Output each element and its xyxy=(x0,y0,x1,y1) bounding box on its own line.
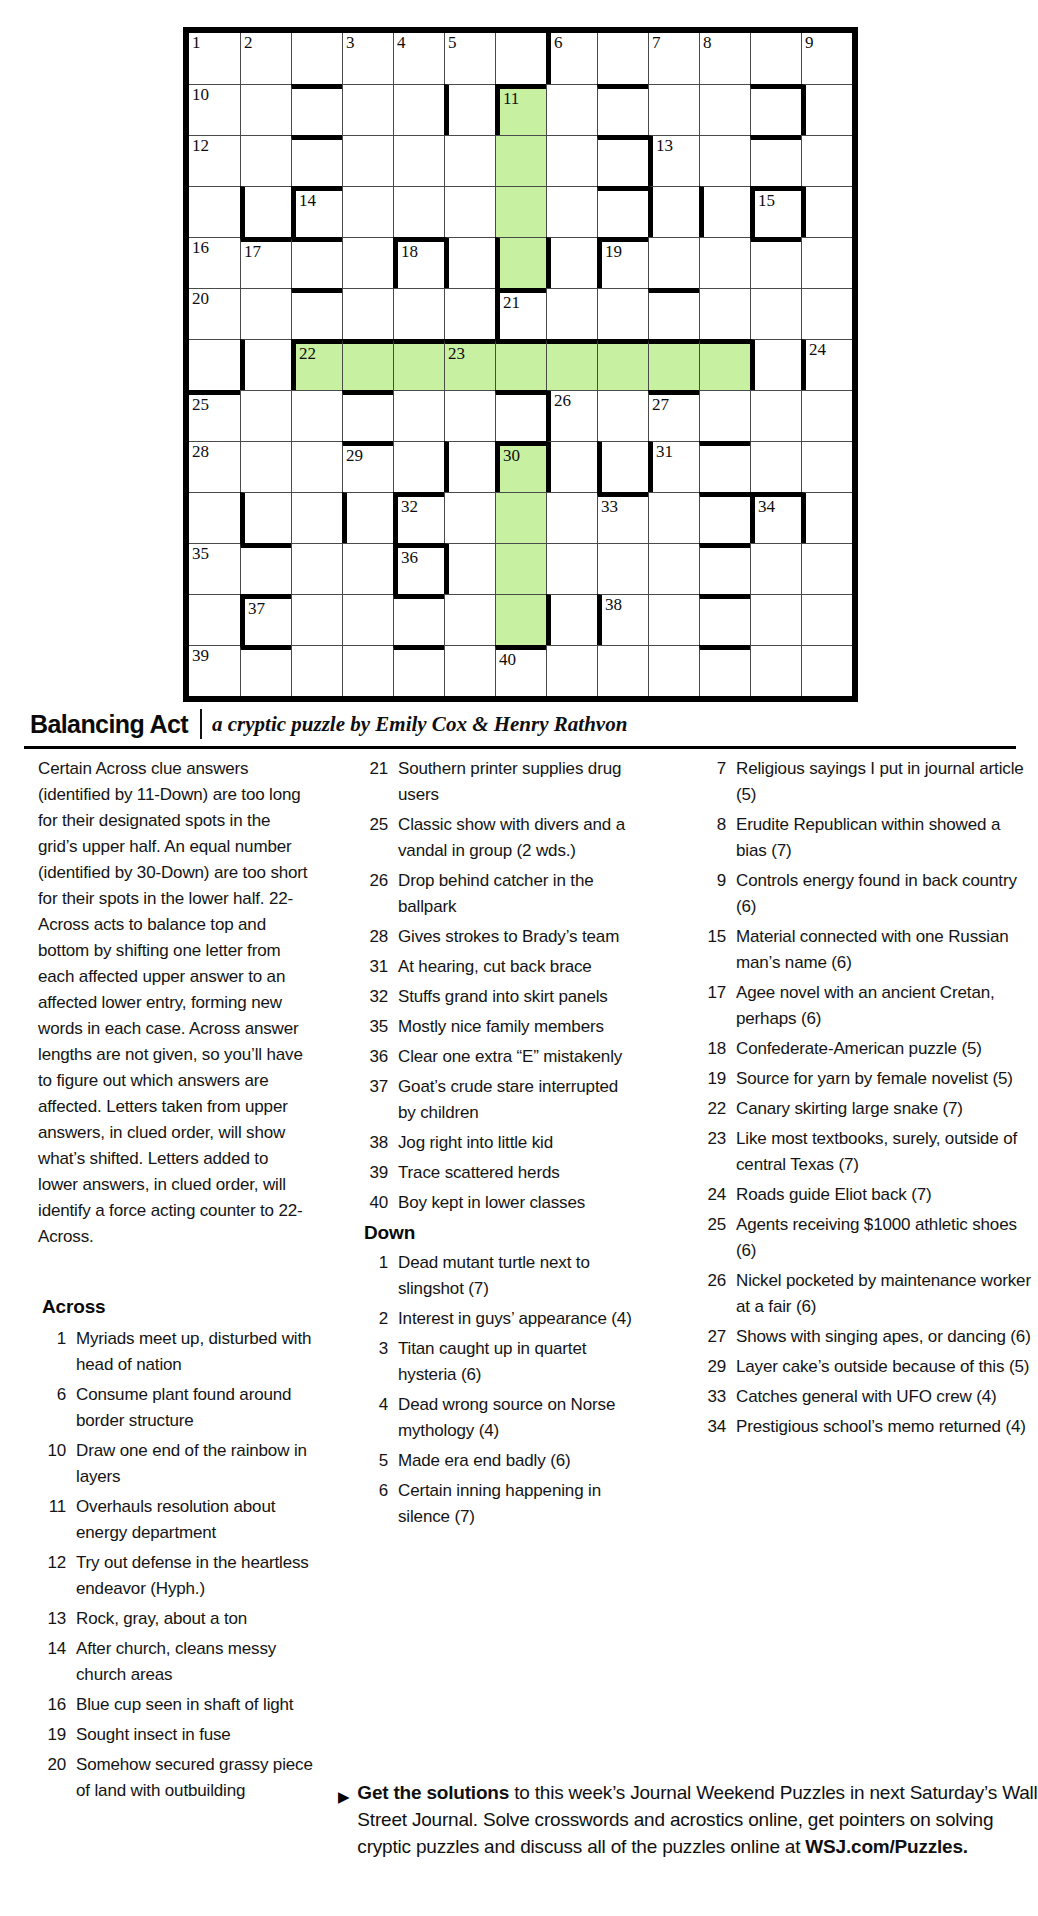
grid-cell[interactable] xyxy=(699,135,750,186)
grid-cell[interactable] xyxy=(240,186,291,237)
grid-cell[interactable] xyxy=(291,135,342,186)
grid-cell[interactable] xyxy=(699,543,750,594)
footer-bold-text: WSJ.com/Puzzles. xyxy=(805,1836,968,1857)
cell-number: 23 xyxy=(448,344,465,364)
grid-cell[interactable] xyxy=(240,84,291,135)
clue-text: Nickel pocketed by maintenance worker at… xyxy=(736,1268,1033,1320)
grid-cell[interactable] xyxy=(291,543,342,594)
grid-cell[interactable] xyxy=(342,339,393,390)
grid-cell[interactable] xyxy=(444,594,495,645)
grid-cell[interactable] xyxy=(444,390,495,441)
grid-cell[interactable] xyxy=(291,645,342,696)
clue-number: 2 xyxy=(360,1306,388,1332)
clue-text: Agee novel with an ancient Cretan, perha… xyxy=(736,980,1033,1032)
grid-cell[interactable] xyxy=(801,186,852,237)
grid-cell[interactable]: 28 xyxy=(189,441,240,492)
clue-text: Catches general with UFO crew (4) xyxy=(736,1384,1033,1410)
grid-cell[interactable] xyxy=(291,492,342,543)
grid-cell[interactable]: 14 xyxy=(291,186,342,237)
across-clues-left: 1Myriads meet up, disturbed with head of… xyxy=(38,1326,314,1804)
grid-cell[interactable] xyxy=(240,441,291,492)
clue-number: 1 xyxy=(360,1250,388,1302)
grid-cell[interactable]: 13 xyxy=(648,135,699,186)
grid-cell[interactable]: 37 xyxy=(240,594,291,645)
clue: 36Clear one extra “E” mistakenly xyxy=(360,1044,638,1070)
cell-number: 40 xyxy=(499,650,516,670)
clue: 1Dead mutant turtle next to slingshot (7… xyxy=(360,1250,638,1302)
grid-cell[interactable] xyxy=(444,237,495,288)
clue-number: 27 xyxy=(698,1324,726,1350)
grid-cell[interactable] xyxy=(342,390,393,441)
clue: 33Catches general with UFO crew (4) xyxy=(698,1384,1033,1410)
grid-cell[interactable] xyxy=(750,33,801,84)
clue-number: 24 xyxy=(698,1182,726,1208)
clue: 24Roads guide Eliot back (7) xyxy=(698,1182,1033,1208)
grid-cell[interactable] xyxy=(648,492,699,543)
cell-number: 21 xyxy=(503,293,520,313)
puzzle-title: Balancing Act xyxy=(30,710,188,739)
grid-cell[interactable] xyxy=(597,339,648,390)
grid-cell[interactable] xyxy=(750,645,801,696)
grid-cell[interactable] xyxy=(495,492,546,543)
clue-text: Prestigious school’s memo returned (4) xyxy=(736,1414,1033,1440)
grid-cell[interactable] xyxy=(597,645,648,696)
clue-number: 7 xyxy=(698,756,726,808)
grid-cell[interactable] xyxy=(699,288,750,339)
grid-cell[interactable]: 6 xyxy=(546,33,597,84)
grid-cell[interactable] xyxy=(597,33,648,84)
grid-cell[interactable] xyxy=(801,645,852,696)
cell-number: 15 xyxy=(758,191,775,211)
grid-cell[interactable] xyxy=(546,186,597,237)
clue-number: 37 xyxy=(360,1074,388,1126)
clue-number: 28 xyxy=(360,924,388,950)
clue-text: Stuffs grand into skirt panels xyxy=(398,984,638,1010)
grid-cell[interactable] xyxy=(393,339,444,390)
grid-cell[interactable] xyxy=(444,441,495,492)
grid-cell[interactable] xyxy=(699,84,750,135)
clue: 6Consume plant found around border struc… xyxy=(38,1382,314,1434)
grid-cell[interactable]: 34 xyxy=(750,492,801,543)
left-column: Certain Across clue answers (identified … xyxy=(38,756,314,1808)
grid-cell[interactable] xyxy=(750,135,801,186)
grid-cell[interactable]: 17 xyxy=(240,237,291,288)
grid-cell[interactable]: 23 xyxy=(444,339,495,390)
clue-text: Dead mutant turtle next to slingshot (7) xyxy=(398,1250,638,1302)
grid-cell[interactable]: 9 xyxy=(801,33,852,84)
crossword-grid[interactable]: 1234567891011121314151617181920212223242… xyxy=(183,27,858,702)
grid-cell[interactable] xyxy=(495,339,546,390)
cell-number: 2 xyxy=(244,33,253,53)
grid-cell[interactable] xyxy=(750,594,801,645)
clue: 19Source for yarn by female novelist (5) xyxy=(698,1066,1033,1092)
grid-cell[interactable] xyxy=(291,594,342,645)
grid-cell[interactable]: 20 xyxy=(189,288,240,339)
cell-number: 7 xyxy=(652,33,661,53)
grid-cell[interactable] xyxy=(699,390,750,441)
grid-cell[interactable] xyxy=(750,390,801,441)
grid-cell[interactable] xyxy=(342,645,393,696)
clue-number: 22 xyxy=(698,1096,726,1122)
clue: 6Certain inning happening in silence (7) xyxy=(360,1478,638,1530)
grid-cell[interactable] xyxy=(648,288,699,339)
clue: 12Try out defense in the heartless endea… xyxy=(38,1550,314,1602)
clue-text: Titan caught up in quartet hysteria (6) xyxy=(398,1336,638,1388)
grid-cell[interactable] xyxy=(546,84,597,135)
grid-cell[interactable]: 19 xyxy=(597,237,648,288)
grid-cell[interactable]: 8 xyxy=(699,33,750,84)
grid-cell[interactable] xyxy=(546,135,597,186)
clue-text: Myriads meet up, disturbed with head of … xyxy=(76,1326,314,1378)
grid-cell[interactable]: 32 xyxy=(393,492,444,543)
grid-cell[interactable]: 36 xyxy=(393,543,444,594)
grid-cell[interactable] xyxy=(444,186,495,237)
grid-cell[interactable] xyxy=(801,237,852,288)
cell-number: 9 xyxy=(805,33,814,53)
grid-cell[interactable] xyxy=(393,84,444,135)
grid-cell[interactable] xyxy=(648,339,699,390)
clue-text: Material connected with one Russian man’… xyxy=(736,924,1033,976)
grid-cell[interactable] xyxy=(648,645,699,696)
grid-cell[interactable]: 18 xyxy=(393,237,444,288)
grid-cell[interactable] xyxy=(546,288,597,339)
clue-text: Certain inning happening in silence (7) xyxy=(398,1478,638,1530)
clue-number: 19 xyxy=(698,1066,726,1092)
puzzle-byline: a cryptic puzzle by Emily Cox & Henry Ra… xyxy=(212,712,627,737)
grid-cell[interactable]: 22 xyxy=(291,339,342,390)
clue: 10Draw one end of the rainbow in layers xyxy=(38,1438,314,1490)
grid-cell[interactable] xyxy=(699,339,750,390)
grid-cell[interactable] xyxy=(393,441,444,492)
grid-cell[interactable] xyxy=(801,594,852,645)
clue-number: 18 xyxy=(698,1036,726,1062)
cell-number: 34 xyxy=(758,497,775,517)
clue-text: Mostly nice family members xyxy=(398,1014,638,1040)
grid-cell[interactable] xyxy=(393,135,444,186)
grid-cell[interactable] xyxy=(546,594,597,645)
puzzle-instructions: Certain Across clue answers (identified … xyxy=(38,756,310,1250)
clue-number: 17 xyxy=(698,980,726,1032)
clue: 17Agee novel with an ancient Cretan, per… xyxy=(698,980,1033,1032)
middle-column: 21Southern printer supplies drug users25… xyxy=(360,756,638,1534)
grid-cell[interactable] xyxy=(393,390,444,441)
clue-number: 26 xyxy=(698,1268,726,1320)
grid-cell[interactable] xyxy=(342,492,393,543)
grid-cell[interactable] xyxy=(189,594,240,645)
grid-cell[interactable] xyxy=(240,492,291,543)
cell-number: 17 xyxy=(244,242,261,262)
grid-cell[interactable]: 3 xyxy=(342,33,393,84)
cell-number: 5 xyxy=(448,33,457,53)
clue-number: 1 xyxy=(38,1326,66,1378)
grid-cell[interactable] xyxy=(699,645,750,696)
grid-cell[interactable] xyxy=(597,135,648,186)
grid-cell[interactable] xyxy=(291,237,342,288)
grid-cell[interactable] xyxy=(240,135,291,186)
clue-number: 6 xyxy=(360,1478,388,1530)
cell-number: 20 xyxy=(192,289,209,309)
clue-text: Controls energy found in back country (6… xyxy=(736,868,1033,920)
clue-text: Goat’s crude stare interrupted by childr… xyxy=(398,1074,638,1126)
grid-cell[interactable] xyxy=(495,135,546,186)
grid-cell[interactable] xyxy=(546,492,597,543)
grid-cell[interactable] xyxy=(648,84,699,135)
clue-text: Clear one extra “E” mistakenly xyxy=(398,1044,638,1070)
clue: 19Sought insect in fuse xyxy=(38,1722,314,1748)
clue-number: 20 xyxy=(38,1752,66,1804)
clue: 26Nickel pocketed by maintenance worker … xyxy=(698,1268,1033,1320)
grid-cell[interactable] xyxy=(291,288,342,339)
cell-number: 31 xyxy=(656,442,673,462)
grid-cell[interactable]: 2 xyxy=(240,33,291,84)
cell-number: 24 xyxy=(809,340,826,360)
clue: 39Trace scattered herds xyxy=(360,1160,638,1186)
clue-text: Somehow secured grassy piece of land wit… xyxy=(76,1752,314,1804)
grid-cell[interactable] xyxy=(240,645,291,696)
grid-cell[interactable] xyxy=(801,390,852,441)
clue: 31At hearing, cut back brace xyxy=(360,954,638,980)
grid-cell[interactable] xyxy=(495,186,546,237)
clue-number: 8 xyxy=(698,812,726,864)
grid-cell[interactable] xyxy=(342,84,393,135)
grid-cell[interactable] xyxy=(699,186,750,237)
grid-cell[interactable] xyxy=(495,390,546,441)
grid-cell[interactable]: 33 xyxy=(597,492,648,543)
grid-cell[interactable]: 21 xyxy=(495,288,546,339)
grid-cell[interactable] xyxy=(750,339,801,390)
clue-number: 6 xyxy=(38,1382,66,1434)
grid-cell[interactable] xyxy=(444,135,495,186)
grid-cell[interactable] xyxy=(648,237,699,288)
grid-cell[interactable] xyxy=(240,543,291,594)
clue-text: Consume plant found around border struct… xyxy=(76,1382,314,1434)
clue-text: After church, cleans messy church areas xyxy=(76,1636,314,1688)
grid-cell[interactable] xyxy=(546,339,597,390)
grid-cell[interactable]: 40 xyxy=(495,645,546,696)
grid-cell[interactable] xyxy=(750,288,801,339)
cell-number: 29 xyxy=(346,446,363,466)
solutions-note: ▶ Get the solutions to this week’s Journ… xyxy=(338,1779,1038,1860)
grid-cell[interactable] xyxy=(393,288,444,339)
clue-number: 9 xyxy=(698,868,726,920)
clue: 16Blue cup seen in shaft of light xyxy=(38,1692,314,1718)
grid-cell[interactable] xyxy=(444,645,495,696)
arrow-bullet-icon: ▶ xyxy=(338,1783,349,1860)
cell-number: 22 xyxy=(299,344,316,364)
grid-cell[interactable] xyxy=(240,339,291,390)
grid-cell[interactable] xyxy=(342,237,393,288)
clue: 11Overhauls resolution about energy depa… xyxy=(38,1494,314,1546)
clue: 34Prestigious school’s memo returned (4) xyxy=(698,1414,1033,1440)
cell-number: 37 xyxy=(248,599,265,619)
grid-cell[interactable] xyxy=(546,645,597,696)
grid-cell[interactable] xyxy=(189,339,240,390)
clue: 7Religious sayings I put in journal arti… xyxy=(698,756,1033,808)
cell-number: 11 xyxy=(503,89,519,109)
grid-cell[interactable]: 16 xyxy=(189,237,240,288)
grid-cell[interactable] xyxy=(495,594,546,645)
clue-text: Erudite Republican within showed a bias … xyxy=(736,812,1033,864)
cell-number: 38 xyxy=(605,595,622,615)
grid-cell[interactable] xyxy=(801,288,852,339)
clue-number: 26 xyxy=(360,868,388,920)
footer-bold-text: Get the solutions xyxy=(357,1782,509,1803)
grid-cell[interactable]: 4 xyxy=(393,33,444,84)
grid-cell[interactable] xyxy=(444,492,495,543)
grid-cell[interactable]: 5 xyxy=(444,33,495,84)
grid-cell[interactable] xyxy=(801,84,852,135)
grid-cell[interactable] xyxy=(546,441,597,492)
cell-number: 13 xyxy=(656,136,673,156)
grid-cell[interactable] xyxy=(189,186,240,237)
grid-cell[interactable] xyxy=(291,441,342,492)
clue-number: 39 xyxy=(360,1160,388,1186)
grid-cell[interactable] xyxy=(444,288,495,339)
grid-cell[interactable]: 26 xyxy=(546,390,597,441)
grid-cell[interactable] xyxy=(750,543,801,594)
grid-cell[interactable] xyxy=(546,543,597,594)
grid-cell[interactable]: 39 xyxy=(189,645,240,696)
clue-number: 36 xyxy=(360,1044,388,1070)
clue: 28Gives strokes to Brady’s team xyxy=(360,924,638,950)
grid-cell[interactable] xyxy=(648,186,699,237)
grid-cell[interactable] xyxy=(291,33,342,84)
cell-number: 27 xyxy=(652,395,669,415)
clue: 2Interest in guys’ appearance (4) xyxy=(360,1306,638,1332)
grid-cell[interactable]: 31 xyxy=(648,441,699,492)
clue-text: Made era end badly (6) xyxy=(398,1448,638,1474)
cell-number: 30 xyxy=(503,446,520,466)
cell-number: 12 xyxy=(192,136,209,156)
grid-cell[interactable] xyxy=(342,288,393,339)
grid-cell[interactable]: 7 xyxy=(648,33,699,84)
grid-cell[interactable] xyxy=(648,543,699,594)
clue: 23Like most textbooks, surely, outside o… xyxy=(698,1126,1033,1178)
clue-number: 33 xyxy=(698,1384,726,1410)
grid-cell[interactable] xyxy=(699,492,750,543)
clue-number: 15 xyxy=(698,924,726,976)
clue-number: 3 xyxy=(360,1336,388,1388)
grid-cell[interactable] xyxy=(597,441,648,492)
grid-cell[interactable] xyxy=(495,237,546,288)
grid-cell[interactable] xyxy=(189,492,240,543)
grid-cell[interactable] xyxy=(342,543,393,594)
clue-number: 21 xyxy=(360,756,388,808)
clue-text: Draw one end of the rainbow in layers xyxy=(76,1438,314,1490)
grid-cell[interactable]: 27 xyxy=(648,390,699,441)
grid-cell[interactable]: 11 xyxy=(495,84,546,135)
grid-cell[interactable] xyxy=(342,594,393,645)
down-clues-middle: 1Dead mutant turtle next to slingshot (7… xyxy=(360,1250,638,1530)
grid-cell[interactable] xyxy=(444,543,495,594)
clue: 29Layer cake’s outside because of this (… xyxy=(698,1354,1033,1380)
grid-cell[interactable] xyxy=(393,594,444,645)
grid-cell[interactable] xyxy=(801,543,852,594)
across-clues-middle: 21Southern printer supplies drug users25… xyxy=(360,756,638,1216)
clue-text: Overhauls resolution about energy depart… xyxy=(76,1494,314,1546)
clue: 32Stuffs grand into skirt panels xyxy=(360,984,638,1010)
clue-number: 12 xyxy=(38,1550,66,1602)
grid-cell[interactable] xyxy=(648,594,699,645)
grid-cell[interactable]: 25 xyxy=(189,390,240,441)
clue-text: Canary skirting large snake (7) xyxy=(736,1096,1033,1122)
cell-number: 39 xyxy=(192,646,209,666)
grid-cell[interactable]: 29 xyxy=(342,441,393,492)
grid-cell[interactable] xyxy=(240,288,291,339)
grid-cell[interactable]: 38 xyxy=(597,594,648,645)
grid-cell[interactable] xyxy=(801,135,852,186)
grid-cell[interactable] xyxy=(750,237,801,288)
grid-cell[interactable] xyxy=(597,186,648,237)
clue-text: Classic show with divers and a vandal in… xyxy=(398,812,638,864)
grid-cell[interactable] xyxy=(393,645,444,696)
grid-cell[interactable]: 35 xyxy=(189,543,240,594)
grid-cell[interactable]: 30 xyxy=(495,441,546,492)
grid-cell[interactable] xyxy=(342,135,393,186)
cell-number: 6 xyxy=(554,33,563,53)
grid-cell[interactable] xyxy=(699,594,750,645)
grid-cell[interactable]: 15 xyxy=(750,186,801,237)
down-clues-right: 7Religious sayings I put in journal arti… xyxy=(698,756,1033,1440)
grid-cell[interactable] xyxy=(495,543,546,594)
grid-cell[interactable] xyxy=(342,186,393,237)
clue-number: 35 xyxy=(360,1014,388,1040)
across-header: Across xyxy=(42,1294,314,1320)
grid-cell[interactable] xyxy=(291,84,342,135)
clue-number: 25 xyxy=(698,1212,726,1264)
clue-text: Layer cake’s outside because of this (5) xyxy=(736,1354,1033,1380)
clue: 25Classic show with divers and a vandal … xyxy=(360,812,638,864)
grid-cell[interactable] xyxy=(597,288,648,339)
clue-text: Religious sayings I put in journal artic… xyxy=(736,756,1033,808)
grid-cell[interactable] xyxy=(597,84,648,135)
clue-text: Confederate-American puzzle (5) xyxy=(736,1036,1033,1062)
grid-cell[interactable] xyxy=(699,441,750,492)
grid-cell[interactable]: 1 xyxy=(189,33,240,84)
clue: 3Titan caught up in quartet hysteria (6) xyxy=(360,1336,638,1388)
right-column: 7Religious sayings I put in journal arti… xyxy=(698,756,1033,1444)
cell-number: 28 xyxy=(192,442,209,462)
cell-number: 14 xyxy=(299,191,316,211)
grid-cell[interactable] xyxy=(291,390,342,441)
grid-cell[interactable] xyxy=(801,441,852,492)
grid-cell[interactable]: 24 xyxy=(801,339,852,390)
grid-cell[interactable] xyxy=(597,390,648,441)
grid-cell[interactable]: 10 xyxy=(189,84,240,135)
clue-number: 13 xyxy=(38,1606,66,1632)
grid-cell[interactable] xyxy=(750,84,801,135)
grid-cell[interactable] xyxy=(750,441,801,492)
grid-cell[interactable] xyxy=(240,390,291,441)
grid-cell[interactable] xyxy=(495,33,546,84)
cell-number: 10 xyxy=(192,85,209,105)
grid-cell[interactable] xyxy=(546,237,597,288)
puzzle-title-bar: Balancing Act a cryptic puzzle by Emily … xyxy=(30,709,627,739)
clue-text: Blue cup seen in shaft of light xyxy=(76,1692,314,1718)
grid-cell[interactable] xyxy=(801,492,852,543)
clue-number: 11 xyxy=(38,1494,66,1546)
grid-cell[interactable] xyxy=(393,186,444,237)
clue-text: Agents receiving $1000 athletic shoes (6… xyxy=(736,1212,1033,1264)
clue: 8Erudite Republican within showed a bias… xyxy=(698,812,1033,864)
grid-cell[interactable] xyxy=(699,237,750,288)
grid-cell[interactable] xyxy=(444,84,495,135)
clue: 14After church, cleans messy church area… xyxy=(38,1636,314,1688)
grid-cell[interactable] xyxy=(597,543,648,594)
grid-cell[interactable]: 12 xyxy=(189,135,240,186)
clue-text: Dead wrong source on Norse mythology (4) xyxy=(398,1392,638,1444)
clue-text: Trace scattered herds xyxy=(398,1160,638,1186)
